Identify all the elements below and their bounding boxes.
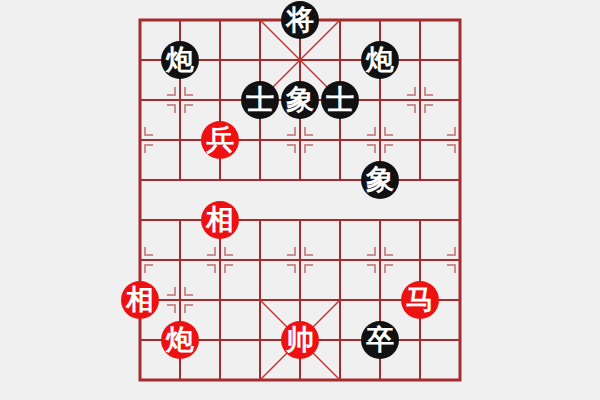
piece-red-horse[interactable]: 马 [401,281,439,319]
piece-black-cannon[interactable]: 炮 [361,41,399,79]
page-background: 将炮炮士象士兵象相相马炮帅卒 [0,0,600,400]
piece-red-cannon[interactable]: 炮 [161,321,199,359]
piece-red-soldier[interactable]: 兵 [201,121,239,159]
piece-black-general[interactable]: 将 [281,1,319,39]
piece-grid: 将炮炮士象士兵象相相马炮帅卒 [120,0,480,400]
piece-black-advisor[interactable]: 士 [241,81,279,119]
piece-black-elephant[interactable]: 象 [361,161,399,199]
piece-black-cannon[interactable]: 炮 [161,41,199,79]
piece-red-general[interactable]: 帅 [281,321,319,359]
piece-red-elephant[interactable]: 相 [121,281,159,319]
xiangqi-board[interactable]: 将炮炮士象士兵象相相马炮帅卒 [0,0,600,400]
piece-red-elephant[interactable]: 相 [201,201,239,239]
piece-black-soldier[interactable]: 卒 [361,321,399,359]
piece-black-elephant[interactable]: 象 [281,81,319,119]
piece-black-advisor[interactable]: 士 [321,81,359,119]
